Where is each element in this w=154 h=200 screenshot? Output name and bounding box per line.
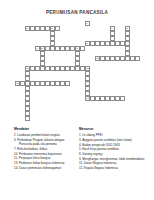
clue-number: 9 — [76, 47, 77, 49]
clue-item: 13. Pedoman hidup bangsa Indonesia — [14, 161, 76, 165]
across-header: Mendatar — [14, 127, 76, 132]
clue-item: 11. Perjanjian luhur bangsa — [14, 156, 76, 160]
clue-item: 2. Landasan pembentukan negara — [14, 133, 76, 137]
across-clue-list: 2. Landasan pembentukan negara6. Perbeda… — [14, 133, 76, 169]
clue-number: 7 — [36, 47, 37, 49]
clue-item: 11. Dasar Negara Indonesia — [79, 161, 150, 165]
page-title: PERUMUSAN PANCASILA — [0, 10, 154, 15]
clue-item: 7. Rela berkorban, ikhlas — [14, 147, 76, 151]
crossword-worksheet: { "game": "crossword", "title": "PERUMUS… — [0, 0, 154, 200]
grid-cell[interactable]: 1 — [85, 21, 90, 26]
grid-cell[interactable] — [25, 116, 30, 121]
down-header: Menurun — [79, 127, 150, 132]
clue-number: 6 — [86, 42, 87, 44]
clue-number: 2 — [26, 27, 27, 29]
clue-item: 4. Badan pengesah UUD 1945 — [79, 143, 150, 147]
clue-number: 14 — [86, 97, 88, 99]
clue-number: 13 — [16, 82, 18, 84]
clue-number: 12 — [86, 67, 88, 69]
clue-number: 5 — [126, 27, 127, 29]
grid-cell[interactable] — [80, 46, 85, 51]
clue-item: 14. Dasar pemersatu keberagaman — [14, 166, 76, 170]
grid-cell[interactable] — [55, 26, 60, 31]
clue-item: 8. Gotong royong — [79, 152, 150, 156]
grid-cell[interactable] — [65, 81, 70, 86]
grid-cell[interactable] — [120, 96, 125, 101]
clue-item: 3. Anggota panitia sembilan (non-Islam) — [79, 138, 150, 142]
clue-item: 1. Isi sidang PPKI — [79, 133, 150, 137]
across-clues: Mendatar 2. Landasan pembentukan negara6… — [14, 127, 76, 170]
clue-number: 3 — [51, 27, 52, 29]
clue-number: 4 — [111, 27, 112, 29]
clue-number: 11 — [26, 67, 28, 69]
clue-item: 9. Menghargai, menghormati, tidak membed… — [79, 157, 150, 161]
clue-number: 8 — [41, 47, 42, 49]
down-clue-list: 1. Isi sidang PPKI3. Anggota panitia sem… — [79, 133, 150, 170]
clue-item: 6. Perbedaan Piagam Jakarta dengan Panca… — [14, 138, 76, 147]
clue-number: 1 — [86, 22, 87, 24]
down-clues: Menurun 1. Isi sidang PPKI3. Anggota pan… — [79, 127, 150, 171]
clue-item: 12. Kepala Negara Indonesia — [79, 166, 150, 170]
clue-item: 5. Hasil kerja panitia sembilan — [79, 147, 150, 151]
clue-number: 10 — [96, 57, 98, 59]
crossword-grid: 1234567891011121314 — [15, 21, 140, 121]
clue-item: 10. Perbuatan menerima keputusan — [14, 152, 76, 156]
grid-cell[interactable] — [135, 56, 140, 61]
